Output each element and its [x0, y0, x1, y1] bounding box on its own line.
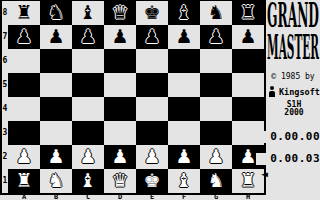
square-e7[interactable]: ♟	[136, 25, 168, 49]
copyright-text: © 1985 by	[266, 72, 320, 81]
square-e4[interactable]	[136, 97, 168, 121]
square-c6[interactable]	[72, 49, 104, 73]
square-d8[interactable]: ♛	[104, 1, 136, 25]
black-king: ♚	[136, 1, 168, 25]
clock-black: 0.00.00	[256, 131, 320, 143]
square-g7[interactable]: ♟	[200, 25, 232, 49]
square-b3[interactable]	[40, 121, 72, 145]
square-h8[interactable]: ♜	[232, 1, 264, 25]
square-a7[interactable]: ♟	[8, 25, 40, 49]
square-a2[interactable]: ♟	[8, 145, 40, 169]
black-rook: ♜	[232, 1, 264, 25]
square-b5[interactable]	[40, 73, 72, 97]
square-a6[interactable]	[8, 49, 40, 73]
white-rook: ♜	[232, 169, 264, 193]
white-pawn: ♟	[40, 145, 72, 169]
square-f6[interactable]	[168, 49, 200, 73]
square-e2[interactable]: ♟	[136, 145, 168, 169]
title-line-2: MASTER	[267, 28, 319, 64]
white-rook: ♜	[8, 169, 40, 193]
square-h1[interactable]: ♜	[232, 169, 264, 193]
square-d1[interactable]: ♛	[104, 169, 136, 193]
publisher-name: Kingsoft	[279, 87, 320, 97]
square-g5[interactable]	[200, 73, 232, 97]
black-pawn: ♟	[72, 25, 104, 49]
square-d2[interactable]: ♟	[104, 145, 136, 169]
black-pawn: ♟	[40, 25, 72, 49]
file-label-g: G	[200, 194, 232, 200]
square-d3[interactable]	[104, 121, 136, 145]
square-c2[interactable]: ♟	[72, 145, 104, 169]
square-c8[interactable]: ♝	[72, 1, 104, 25]
square-c4[interactable]	[72, 97, 104, 121]
black-knight: ♞	[200, 1, 232, 25]
square-d4[interactable]	[104, 97, 136, 121]
sidebar: GRAND MASTER © 1985 by Kingsoft S1H2000 …	[266, 0, 320, 200]
white-pawn: ♟	[168, 145, 200, 169]
white-bishop: ♝	[72, 169, 104, 193]
white-pawn: ♟	[72, 145, 104, 169]
square-f2[interactable]: ♟	[168, 145, 200, 169]
white-pawn: ♟	[136, 145, 168, 169]
square-g1[interactable]: ♞	[200, 169, 232, 193]
square-b2[interactable]: ♟	[40, 145, 72, 169]
file-label-d: D	[104, 194, 136, 200]
file-label-h: H	[232, 194, 264, 200]
square-e8[interactable]: ♚	[136, 1, 168, 25]
square-b8[interactable]: ♞	[40, 1, 72, 25]
white-knight: ♞	[40, 169, 72, 193]
square-f1[interactable]: ♝	[168, 169, 200, 193]
square-f7[interactable]: ♟	[168, 25, 200, 49]
square-h4[interactable]	[232, 97, 264, 121]
file-labels: ABCDEFGH	[8, 194, 264, 200]
black-pawn: ♟	[200, 25, 232, 49]
square-e1[interactable]: ♚	[136, 169, 168, 193]
square-f8[interactable]: ♝	[168, 1, 200, 25]
chess-board: ♜♞♝♛♚♝♞♜♟♟♟♟♟♟♟♟♟♟♟♟♟♟♟♟♜♞♝♛♚♝♞♜	[8, 1, 264, 193]
white-queen: ♛	[104, 169, 136, 193]
black-rook: ♜	[8, 1, 40, 25]
white-king: ♚	[136, 169, 168, 193]
square-c7[interactable]: ♟	[72, 25, 104, 49]
file-label-b: B	[40, 194, 72, 200]
white-knight: ♞	[200, 169, 232, 193]
white-pawn: ♟	[104, 145, 136, 169]
square-g6[interactable]	[200, 49, 232, 73]
square-c1[interactable]: ♝	[72, 169, 104, 193]
level-indicator: S1H2000	[276, 101, 312, 117]
black-queen: ♛	[104, 1, 136, 25]
black-pawn: ♟	[168, 25, 200, 49]
turn-indicator-arrow: ◄	[261, 169, 268, 179]
square-h6[interactable]	[232, 49, 264, 73]
white-pawn: ♟	[200, 145, 232, 169]
square-e3[interactable]	[136, 121, 168, 145]
square-g2[interactable]: ♟	[200, 145, 232, 169]
square-a4[interactable]	[8, 97, 40, 121]
square-c3[interactable]	[72, 121, 104, 145]
square-h5[interactable]	[232, 73, 264, 97]
square-a1[interactable]: ♜	[8, 169, 40, 193]
square-f4[interactable]	[168, 97, 200, 121]
black-pawn: ♟	[136, 25, 168, 49]
square-e5[interactable]	[136, 73, 168, 97]
black-knight: ♞	[40, 1, 72, 25]
square-a3[interactable]	[8, 121, 40, 145]
file-label-c: C	[72, 194, 104, 200]
square-c5[interactable]	[72, 73, 104, 97]
white-bishop: ♝	[168, 169, 200, 193]
white-pawn: ♟	[8, 145, 40, 169]
file-label-a: A	[8, 194, 40, 200]
square-g8[interactable]: ♞	[200, 1, 232, 25]
square-b1[interactable]: ♞	[40, 169, 72, 193]
square-g4[interactable]	[200, 97, 232, 121]
kingsoft-logo-icon	[268, 86, 277, 97]
square-a8[interactable]: ♜	[8, 1, 40, 25]
square-d5[interactable]	[104, 73, 136, 97]
black-pawn: ♟	[104, 25, 136, 49]
square-a5[interactable]	[8, 73, 40, 97]
publisher-row: Kingsoft	[267, 86, 320, 98]
black-pawn: ♟	[232, 25, 264, 49]
square-d7[interactable]: ♟	[104, 25, 136, 49]
square-b7[interactable]: ♟	[40, 25, 72, 49]
clock-white: 0.00.03	[256, 153, 320, 165]
square-d6[interactable]	[104, 49, 136, 73]
square-h7[interactable]: ♟	[232, 25, 264, 49]
game-title: GRAND MASTER	[266, 0, 320, 64]
black-bishop: ♝	[168, 1, 200, 25]
square-f5[interactable]	[168, 73, 200, 97]
square-g3[interactable]	[200, 121, 232, 145]
square-f3[interactable]	[168, 121, 200, 145]
square-b4[interactable]	[40, 97, 72, 121]
black-bishop: ♝	[72, 1, 104, 25]
black-pawn: ♟	[8, 25, 40, 49]
square-b6[interactable]	[40, 49, 72, 73]
game-screen: 87654321 ♜♞♝♛♚♝♞♜♟♟♟♟♟♟♟♟♟♟♟♟♟♟♟♟♜♞♝♛♚♝♞…	[0, 0, 320, 200]
file-label-e: E	[136, 194, 168, 200]
file-label-f: F	[168, 194, 200, 200]
level-line-2: 2000	[284, 108, 303, 117]
square-e6[interactable]	[136, 49, 168, 73]
